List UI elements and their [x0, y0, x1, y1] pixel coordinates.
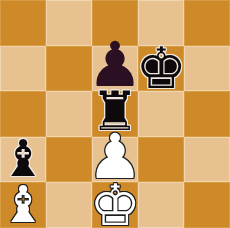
square-c4[interactable]: ♟: [92, 46, 138, 92]
black-king[interactable]: ♚: [135, 40, 186, 97]
square-d5[interactable]: [138, 0, 184, 46]
square-b5[interactable]: [46, 0, 92, 46]
white-bishop[interactable]: ♝: [0, 179, 46, 228]
white-king[interactable]: ♚: [89, 177, 140, 228]
square-c2[interactable]: ♟: [92, 137, 138, 183]
square-a5[interactable]: [0, 0, 46, 46]
square-c1[interactable]: ♚: [92, 182, 138, 228]
square-a1[interactable]: ♝: [0, 182, 46, 228]
square-d3[interactable]: [138, 91, 184, 137]
black-bishop[interactable]: ♝: [0, 133, 46, 184]
square-e5[interactable]: [184, 0, 230, 46]
square-d1[interactable]: [138, 182, 184, 228]
square-d4[interactable]: ♚: [138, 46, 184, 92]
square-b1[interactable]: [46, 182, 92, 228]
square-b2[interactable]: [46, 137, 92, 183]
square-a2[interactable]: ♝: [0, 137, 46, 183]
square-a4[interactable]: [0, 46, 46, 92]
square-c5[interactable]: [92, 0, 138, 46]
square-d2[interactable]: [138, 137, 184, 183]
square-e4[interactable]: [184, 46, 230, 92]
square-b4[interactable]: [46, 46, 92, 92]
square-e3[interactable]: [184, 91, 230, 137]
black-rook[interactable]: ♜: [91, 85, 139, 139]
square-b3[interactable]: [46, 91, 92, 137]
square-c3[interactable]: ♜: [92, 91, 138, 137]
chess-board: ♟♚♜♝♟♝♚: [0, 0, 230, 228]
square-e2[interactable]: [184, 137, 230, 183]
square-a3[interactable]: [0, 91, 46, 137]
square-e1[interactable]: [184, 182, 230, 228]
